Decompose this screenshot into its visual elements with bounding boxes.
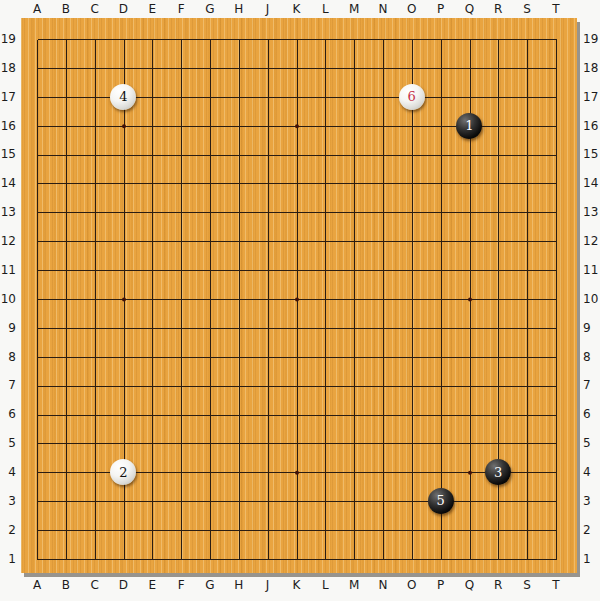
- stone-white-o17-move-6: 6: [399, 84, 425, 110]
- coordinate-label-6: 6: [0, 400, 17, 429]
- coordinate-label-1: 1: [582, 544, 599, 573]
- coordinate-label-J: J: [253, 576, 282, 593]
- coordinate-label-3: 3: [582, 487, 599, 516]
- coordinate-label-N: N: [369, 576, 398, 593]
- coordinate-label-5: 5: [582, 429, 599, 458]
- move-number: 1: [465, 119, 473, 132]
- coordinate-label-O: O: [397, 0, 426, 17]
- coordinate-label-12: 12: [582, 227, 599, 256]
- coordinate-label-9: 9: [582, 313, 599, 342]
- coordinate-label-M: M: [340, 0, 369, 17]
- coordinate-label-19: 19: [582, 25, 599, 54]
- coordinate-label-G: G: [196, 0, 225, 17]
- coordinate-label-G: G: [196, 576, 225, 593]
- coordinate-label-L: L: [311, 0, 340, 17]
- coordinate-label-17: 17: [0, 82, 17, 111]
- coordinate-label-5: 5: [0, 429, 17, 458]
- coordinate-label-14: 14: [582, 169, 599, 198]
- coordinate-label-A: A: [23, 0, 52, 17]
- stone-black-r4-move-3: 3: [485, 459, 511, 485]
- coordinate-label-M: M: [340, 576, 369, 593]
- stone-white-d4-move-2: 2: [110, 459, 136, 485]
- coordinate-label-17: 17: [582, 82, 599, 111]
- coordinate-label-13: 13: [582, 198, 599, 227]
- coordinate-label-Q: Q: [455, 576, 484, 593]
- coordinate-label-18: 18: [0, 53, 17, 82]
- coordinate-label-Q: Q: [455, 0, 484, 17]
- stone-black-q16-move-1: 1: [456, 113, 482, 139]
- coordinate-label-O: O: [397, 576, 426, 593]
- coordinate-label-E: E: [138, 0, 167, 17]
- coordinate-label-F: F: [167, 576, 196, 593]
- stones-layer: 123456: [23, 25, 571, 574]
- row-labels-right: 19181716151413121110987654321: [582, 25, 599, 574]
- coordinate-label-7: 7: [582, 371, 599, 400]
- stone-white-d17-move-4: 4: [110, 84, 136, 110]
- coordinate-label-3: 3: [0, 487, 17, 516]
- coordinate-label-13: 13: [0, 198, 17, 227]
- coordinate-label-H: H: [224, 0, 253, 17]
- coordinate-label-B: B: [51, 576, 80, 593]
- coordinate-label-6: 6: [582, 400, 599, 429]
- coordinate-label-11: 11: [582, 256, 599, 285]
- coordinate-label-18: 18: [582, 53, 599, 82]
- coordinate-label-19: 19: [0, 25, 17, 54]
- coordinate-label-10: 10: [582, 284, 599, 313]
- row-labels-left: 19181716151413121110987654321: [0, 25, 17, 574]
- coordinate-label-15: 15: [0, 140, 17, 169]
- coordinate-label-14: 14: [0, 169, 17, 198]
- coordinate-label-1: 1: [0, 544, 17, 573]
- coordinate-label-2: 2: [0, 515, 17, 544]
- coordinate-label-E: E: [138, 576, 167, 593]
- coordinate-label-8: 8: [0, 342, 17, 371]
- move-number: 5: [436, 494, 444, 507]
- column-labels-top: ABCDEFGHJKLMNOPQRST: [23, 0, 571, 17]
- coordinate-label-K: K: [282, 576, 311, 593]
- coordinate-label-7: 7: [0, 371, 17, 400]
- column-labels-bottom: ABCDEFGHJKLMNOPQRST: [23, 576, 571, 593]
- coordinate-label-16: 16: [0, 111, 17, 140]
- coordinate-label-D: D: [109, 0, 138, 17]
- coordinate-label-K: K: [282, 0, 311, 17]
- coordinate-label-S: S: [513, 576, 542, 593]
- coordinate-label-A: A: [23, 576, 52, 593]
- coordinate-label-4: 4: [0, 458, 17, 487]
- coordinate-label-J: J: [253, 0, 282, 17]
- coordinate-label-9: 9: [0, 313, 17, 342]
- coordinate-label-4: 4: [582, 458, 599, 487]
- coordinate-label-15: 15: [582, 140, 599, 169]
- coordinate-label-10: 10: [0, 284, 17, 313]
- coordinate-label-S: S: [513, 0, 542, 17]
- coordinate-label-C: C: [80, 0, 109, 17]
- coordinate-label-D: D: [109, 576, 138, 593]
- stone-black-p3-move-5: 5: [428, 488, 454, 514]
- coordinate-label-F: F: [167, 0, 196, 17]
- coordinate-label-N: N: [369, 0, 398, 17]
- coordinate-label-H: H: [224, 576, 253, 593]
- coordinate-label-T: T: [541, 576, 570, 593]
- move-number: 4: [119, 90, 127, 103]
- coordinate-label-B: B: [51, 0, 80, 17]
- move-number: 6: [408, 90, 416, 103]
- coordinate-label-P: P: [426, 576, 455, 593]
- move-number: 2: [119, 466, 127, 479]
- coordinate-label-11: 11: [0, 256, 17, 285]
- coordinate-label-C: C: [80, 576, 109, 593]
- coordinate-label-L: L: [311, 576, 340, 593]
- coordinate-label-16: 16: [582, 111, 599, 140]
- coordinate-label-8: 8: [582, 342, 599, 371]
- board-surface[interactable]: 123456: [21, 18, 577, 573]
- coordinate-label-2: 2: [582, 515, 599, 544]
- coordinate-label-T: T: [541, 0, 570, 17]
- go-board-diagram: ABCDEFGHJKLMNOPQRST ABCDEFGHJKLMNOPQRST …: [0, 0, 600, 601]
- move-number: 3: [494, 466, 502, 479]
- coordinate-label-R: R: [484, 576, 513, 593]
- coordinate-label-R: R: [484, 0, 513, 17]
- coordinate-label-12: 12: [0, 227, 17, 256]
- coordinate-label-P: P: [426, 0, 455, 17]
